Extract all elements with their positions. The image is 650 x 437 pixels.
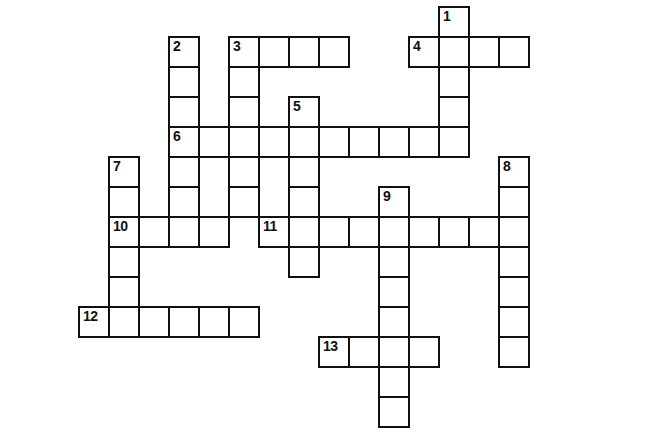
crossword-cell[interactable]	[288, 126, 320, 158]
crossword-cell[interactable]	[348, 216, 380, 248]
crossword-cell[interactable]: 8	[498, 156, 530, 188]
crossword-cell[interactable]	[228, 186, 260, 218]
crossword-cell[interactable]	[198, 126, 230, 158]
crossword-cell[interactable]: 4	[408, 36, 440, 68]
crossword-cell[interactable]	[168, 216, 200, 248]
clue-number: 10	[113, 219, 128, 233]
crossword-cell[interactable]	[468, 216, 500, 248]
crossword-cell[interactable]	[228, 156, 260, 188]
clue-number: 1	[443, 9, 450, 23]
crossword-cell[interactable]	[318, 36, 350, 68]
crossword-cell[interactable]	[378, 276, 410, 308]
crossword-cell[interactable]: 9	[378, 186, 410, 218]
crossword-cell[interactable]	[168, 306, 200, 338]
crossword-cell[interactable]	[108, 276, 140, 308]
crossword-cell[interactable]	[408, 336, 440, 368]
crossword-cell[interactable]	[498, 216, 530, 248]
crossword-cell[interactable]	[138, 216, 170, 248]
crossword-cell[interactable]	[318, 216, 350, 248]
crossword-cell[interactable]	[408, 126, 440, 158]
crossword-board: 12345678910111213	[0, 0, 650, 437]
crossword-cell[interactable]	[258, 36, 290, 68]
crossword-cell[interactable]	[498, 36, 530, 68]
crossword-cell[interactable]	[378, 246, 410, 278]
clue-number: 9	[383, 189, 390, 203]
crossword-cell[interactable]: 13	[318, 336, 350, 368]
crossword-cell[interactable]	[258, 126, 290, 158]
clue-number: 6	[173, 129, 180, 143]
crossword-cell[interactable]	[348, 126, 380, 158]
crossword-cell[interactable]	[378, 336, 410, 368]
crossword-cell[interactable]: 5	[288, 96, 320, 128]
crossword-cell[interactable]	[288, 246, 320, 278]
crossword-cell[interactable]	[378, 306, 410, 338]
clue-number: 11	[263, 219, 277, 233]
crossword-screenshot: 12345678910111213	[0, 0, 650, 437]
crossword-cell[interactable]: 11	[258, 216, 290, 248]
crossword-cell[interactable]	[348, 336, 380, 368]
crossword-cell[interactable]	[108, 186, 140, 218]
crossword-cell[interactable]	[438, 126, 470, 158]
crossword-cell[interactable]	[288, 156, 320, 188]
clue-number: 3	[233, 39, 240, 53]
crossword-cell[interactable]: 10	[108, 216, 140, 248]
crossword-cell[interactable]	[498, 306, 530, 338]
crossword-cell[interactable]: 3	[228, 36, 260, 68]
crossword-cell[interactable]	[468, 36, 500, 68]
crossword-cell[interactable]	[498, 276, 530, 308]
crossword-cell[interactable]	[288, 216, 320, 248]
crossword-cell[interactable]	[168, 156, 200, 188]
clue-number: 8	[503, 159, 510, 173]
clue-number: 2	[173, 39, 180, 53]
crossword-cell[interactable]	[438, 216, 470, 248]
crossword-cell[interactable]	[228, 66, 260, 98]
crossword-cell[interactable]	[288, 36, 320, 68]
clue-number: 13	[323, 339, 338, 353]
crossword-cell[interactable]	[168, 96, 200, 128]
crossword-cell[interactable]	[168, 66, 200, 98]
crossword-cell[interactable]	[378, 126, 410, 158]
crossword-cell[interactable]: 12	[78, 306, 110, 338]
crossword-cell[interactable]	[408, 216, 440, 248]
clue-number: 4	[413, 39, 420, 53]
crossword-cell[interactable]	[198, 306, 230, 338]
crossword-cell[interactable]	[318, 126, 350, 158]
crossword-cell[interactable]	[438, 66, 470, 98]
crossword-cell[interactable]	[378, 396, 410, 428]
crossword-cell[interactable]	[198, 216, 230, 248]
clue-number: 12	[83, 309, 98, 323]
crossword-cell[interactable]	[498, 246, 530, 278]
crossword-cell[interactable]	[108, 246, 140, 278]
crossword-cell[interactable]	[438, 96, 470, 128]
crossword-cell[interactable]	[228, 126, 260, 158]
crossword-cell[interactable]: 7	[108, 156, 140, 188]
crossword-cell[interactable]	[288, 186, 320, 218]
crossword-cell[interactable]	[108, 306, 140, 338]
crossword-cell[interactable]	[228, 306, 260, 338]
crossword-cell[interactable]: 1	[438, 6, 470, 38]
crossword-cell[interactable]	[378, 216, 410, 248]
crossword-cell[interactable]	[498, 186, 530, 218]
crossword-cell[interactable]	[168, 186, 200, 218]
clue-number: 7	[113, 159, 120, 173]
crossword-cell[interactable]	[438, 36, 470, 68]
crossword-cell[interactable]: 2	[168, 36, 200, 68]
crossword-cell[interactable]	[138, 306, 170, 338]
crossword-cell[interactable]: 6	[168, 126, 200, 158]
crossword-cell[interactable]	[228, 96, 260, 128]
crossword-cell[interactable]	[498, 336, 530, 368]
crossword-cell[interactable]	[378, 366, 410, 398]
clue-number: 5	[293, 99, 300, 113]
